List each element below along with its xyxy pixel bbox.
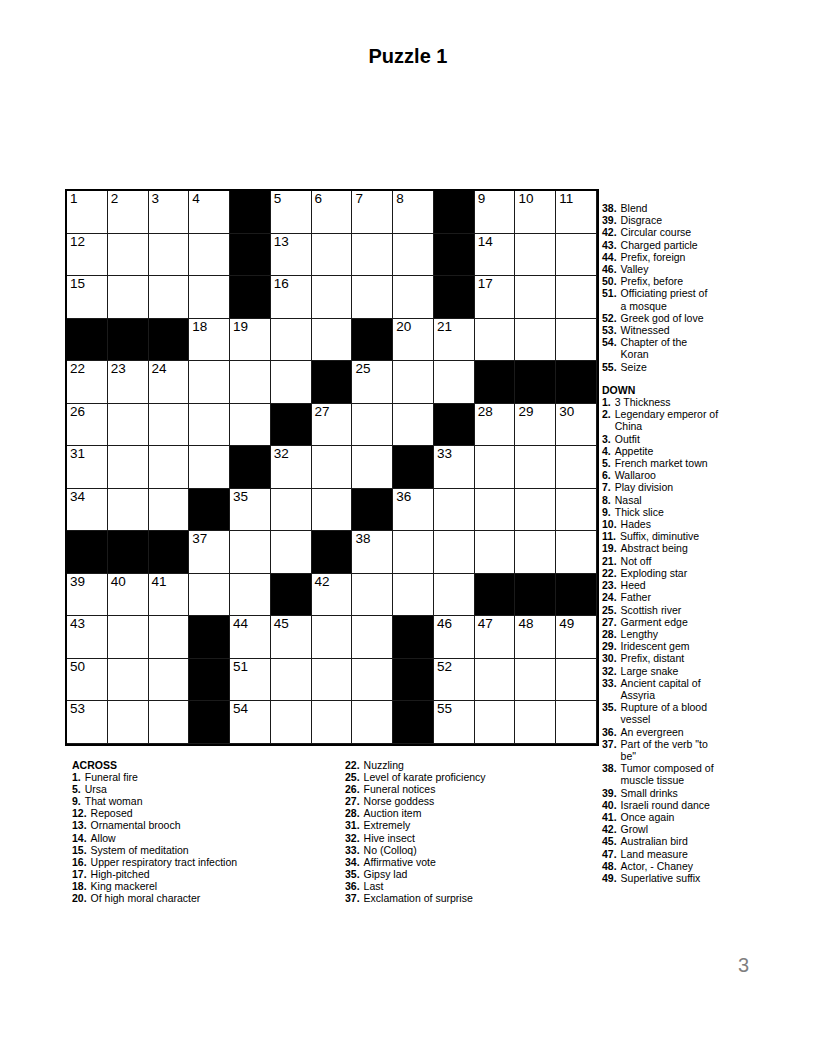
cell-r7c9 xyxy=(393,446,434,489)
clue-number: 28. xyxy=(345,807,360,819)
clue-text: Play division xyxy=(615,481,762,493)
cell-r13c9 xyxy=(393,701,434,744)
cell-r10c1[interactable]: 39 xyxy=(67,574,108,617)
cell-r13c6[interactable] xyxy=(271,701,312,744)
cell-r9c8[interactable]: 38 xyxy=(352,531,393,574)
cell-r7c8[interactable] xyxy=(352,446,393,489)
clue: 55.Seize xyxy=(602,361,762,373)
clue-text: Circular course xyxy=(621,226,762,238)
cell-r2c11[interactable]: 14 xyxy=(475,234,516,277)
cell-r2c12[interactable] xyxy=(515,234,556,277)
clue: 5.Ursa xyxy=(72,783,342,795)
clue-text: Hive insect xyxy=(364,832,600,844)
clue-number: 43. xyxy=(602,239,617,251)
cell-r9c1 xyxy=(67,531,108,574)
clue-text: Land measure xyxy=(621,848,762,860)
clue-text: Officiating priest ofa mosque xyxy=(621,287,762,311)
cell-r9c4[interactable]: 37 xyxy=(189,531,230,574)
cell-r9c5[interactable] xyxy=(230,531,271,574)
cell-r5c12 xyxy=(515,361,556,404)
cell-number: 23 xyxy=(111,362,126,376)
clue: 8.Nasal xyxy=(602,494,762,506)
cell-r7c13[interactable] xyxy=(556,446,597,489)
clue: 5.French market town xyxy=(602,457,762,469)
cell-number: 32 xyxy=(274,447,289,461)
clue-number: 22. xyxy=(602,567,617,579)
clue-text: Thick slice xyxy=(615,506,762,518)
clue-text: Abstract being xyxy=(621,542,762,554)
clue-number: 12. xyxy=(72,807,87,819)
cell-r8c9[interactable]: 36 xyxy=(393,489,434,532)
cell-r11c8[interactable] xyxy=(352,616,393,659)
cell-r7c6[interactable]: 32 xyxy=(271,446,312,489)
clue-number: 36. xyxy=(602,726,617,738)
cell-number: 9 xyxy=(478,192,486,206)
clue-text: Prefix, distant xyxy=(621,652,762,664)
cell-r10c12 xyxy=(515,574,556,617)
cell-r11c13[interactable]: 49 xyxy=(556,616,597,659)
clue: 38.Tumor composed ofmuscle tissue xyxy=(602,762,762,786)
cell-r12c1[interactable]: 50 xyxy=(67,659,108,702)
cell-number: 18 xyxy=(192,320,207,334)
cell-r4c7[interactable] xyxy=(312,319,353,362)
cell-r9c10[interactable] xyxy=(434,531,475,574)
cell-r7c12[interactable] xyxy=(515,446,556,489)
cell-r6c9[interactable] xyxy=(393,404,434,447)
cell-number: 6 xyxy=(315,192,323,206)
clue-text: System of meditation xyxy=(91,844,342,856)
clue-number: 32. xyxy=(602,665,617,677)
cell-r3c5 xyxy=(230,276,271,319)
cell-r9c11[interactable] xyxy=(475,531,516,574)
cell-number: 16 xyxy=(274,277,289,291)
cell-r4c4[interactable]: 18 xyxy=(189,319,230,362)
clue: 41.Once again xyxy=(602,811,762,823)
cell-number: 50 xyxy=(70,660,85,674)
cell-number: 10 xyxy=(518,192,533,206)
cell-number: 2 xyxy=(111,192,119,206)
clue-number: 40. xyxy=(602,799,617,811)
cell-r6c7[interactable]: 27 xyxy=(312,404,353,447)
clue-text: Exclamation of surprise xyxy=(364,892,600,904)
cell-r13c13[interactable] xyxy=(556,701,597,744)
cell-r4c12[interactable] xyxy=(515,319,556,362)
cell-r2c13[interactable] xyxy=(556,234,597,277)
cell-r6c8[interactable] xyxy=(352,404,393,447)
cell-r11c2[interactable] xyxy=(108,616,149,659)
clue-number: 52. xyxy=(602,312,617,324)
clue-text: Father xyxy=(621,591,762,603)
page-number: 3 xyxy=(738,954,749,977)
clue: 36.An evergreen xyxy=(602,726,762,738)
clue: 19.Abstract being xyxy=(602,542,762,554)
cell-r12c11[interactable] xyxy=(475,659,516,702)
clue-text: Israeli round dance xyxy=(621,799,762,811)
clue-text: Ursa xyxy=(85,783,342,795)
cell-number: 45 xyxy=(274,617,289,631)
cell-r3c4[interactable] xyxy=(189,276,230,319)
cell-number: 42 xyxy=(315,575,330,589)
cell-r11c4 xyxy=(189,616,230,659)
cell-r5c9[interactable] xyxy=(393,361,434,404)
cell-number: 49 xyxy=(559,617,574,631)
clue-number: 31. xyxy=(345,819,360,831)
cell-r10c7[interactable]: 42 xyxy=(312,574,353,617)
cell-r12c7[interactable] xyxy=(312,659,353,702)
clue: 26.Funeral notices xyxy=(345,783,600,795)
cell-r6c11[interactable]: 28 xyxy=(475,404,516,447)
cell-r10c4[interactable] xyxy=(189,574,230,617)
cell-number: 31 xyxy=(70,447,85,461)
clue-text: Ancient capital ofAssyria xyxy=(621,677,762,701)
page: { "game": "crossword", "title": "Puzzle … xyxy=(0,0,816,1056)
cell-number: 5 xyxy=(274,192,282,206)
cell-r13c2[interactable] xyxy=(108,701,149,744)
cell-r13c10[interactable]: 55 xyxy=(434,701,475,744)
cell-r4c5[interactable]: 19 xyxy=(230,319,271,362)
cell-r9c9[interactable] xyxy=(393,531,434,574)
cell-r10c8[interactable] xyxy=(352,574,393,617)
cell-r2c7[interactable] xyxy=(312,234,353,277)
clue-text: Wallaroo xyxy=(615,469,762,481)
clue: 27.Garment edge xyxy=(602,616,762,628)
cell-r1c4[interactable]: 4 xyxy=(189,191,230,234)
cell-r12c3[interactable] xyxy=(149,659,190,702)
clue-number: 35. xyxy=(602,701,617,725)
clue-number: 27. xyxy=(345,795,360,807)
cell-r3c7[interactable] xyxy=(312,276,353,319)
cell-r1c2[interactable]: 2 xyxy=(108,191,149,234)
cell-r8c5[interactable]: 35 xyxy=(230,489,271,532)
cell-r3c2[interactable] xyxy=(108,276,149,319)
cell-r11c11[interactable]: 47 xyxy=(475,616,516,659)
clue-number: 9. xyxy=(72,795,81,807)
cell-r4c13[interactable] xyxy=(556,319,597,362)
cell-r10c2[interactable]: 40 xyxy=(108,574,149,617)
cell-r1c8[interactable]: 7 xyxy=(352,191,393,234)
cell-r3c1[interactable]: 15 xyxy=(67,276,108,319)
cell-r4c2 xyxy=(108,319,149,362)
cell-number: 4 xyxy=(192,192,200,206)
cell-r12c8[interactable] xyxy=(352,659,393,702)
cell-r6c1[interactable]: 26 xyxy=(67,404,108,447)
clue: 44.Prefix, foreign xyxy=(602,251,762,263)
clue: 39.Small drinks xyxy=(602,787,762,799)
clue: 9.Thick slice xyxy=(602,506,762,518)
cell-r9c12[interactable] xyxy=(515,531,556,574)
clue-text: Of high moral character xyxy=(91,892,342,904)
cell-r10c6 xyxy=(271,574,312,617)
clue-number: 11. xyxy=(602,530,616,542)
cell-r4c6[interactable] xyxy=(271,319,312,362)
cell-r5c10[interactable] xyxy=(434,361,475,404)
cell-r7c3[interactable] xyxy=(149,446,190,489)
clue-text: Once again xyxy=(621,811,762,823)
clue-text: Greek god of love xyxy=(621,312,762,324)
clue-number: 25. xyxy=(602,604,617,616)
clue: 21.Not off xyxy=(602,555,762,567)
clue-number: 42. xyxy=(602,226,617,238)
cell-r1c6[interactable]: 5 xyxy=(271,191,312,234)
clue: 29.Iridescent gem xyxy=(602,640,762,652)
clue-text: Chapter of theKoran xyxy=(621,336,762,360)
clue-number: 29. xyxy=(602,640,617,652)
cell-number: 52 xyxy=(437,660,452,674)
cell-r2c2[interactable] xyxy=(108,234,149,277)
cell-r3c3[interactable] xyxy=(149,276,190,319)
cell-r8c3[interactable] xyxy=(149,489,190,532)
cell-r9c2 xyxy=(108,531,149,574)
cell-r13c8[interactable] xyxy=(352,701,393,744)
clue-number: 28. xyxy=(602,628,617,640)
cell-r6c12[interactable]: 29 xyxy=(515,404,556,447)
cell-r4c8 xyxy=(352,319,393,362)
clue: 42.Circular course xyxy=(602,226,762,238)
clue-number: 33. xyxy=(345,844,360,856)
cell-r4c3 xyxy=(149,319,190,362)
clue: 42.Growl xyxy=(602,823,762,835)
cell-r12c6[interactable] xyxy=(271,659,312,702)
cell-r10c10[interactable] xyxy=(434,574,475,617)
clue: 28.Lengthy xyxy=(602,628,762,640)
clue: 45.Australian bird xyxy=(602,835,762,847)
cell-r5c4[interactable] xyxy=(189,361,230,404)
cell-r1c13[interactable]: 11 xyxy=(556,191,597,234)
cell-r6c10 xyxy=(434,404,475,447)
cell-r5c2[interactable]: 23 xyxy=(108,361,149,404)
cell-r10c9[interactable] xyxy=(393,574,434,617)
clue-text: Scottish river xyxy=(621,604,762,616)
cell-r3c12[interactable] xyxy=(515,276,556,319)
cell-r7c1[interactable]: 31 xyxy=(67,446,108,489)
cell-number: 1 xyxy=(70,192,78,206)
cell-r11c5[interactable]: 44 xyxy=(230,616,271,659)
cell-r6c4[interactable] xyxy=(189,404,230,447)
cell-r6c5[interactable] xyxy=(230,404,271,447)
cell-r4c9[interactable]: 20 xyxy=(393,319,434,362)
clue-number: 45. xyxy=(602,835,617,847)
cell-r12c2[interactable] xyxy=(108,659,149,702)
clue-number: 39. xyxy=(602,787,617,799)
clue: 52.Greek god of love xyxy=(602,312,762,324)
cell-number: 8 xyxy=(396,192,404,206)
cell-r5c1[interactable]: 22 xyxy=(67,361,108,404)
cell-number: 37 xyxy=(192,532,207,546)
cell-r8c6[interactable] xyxy=(271,489,312,532)
clue-number: 49. xyxy=(602,872,617,884)
cell-r13c7[interactable] xyxy=(312,701,353,744)
clue: 27.Norse goddess xyxy=(345,795,600,807)
cell-number: 27 xyxy=(315,405,330,419)
cell-r12c12[interactable] xyxy=(515,659,556,702)
cell-r1c3[interactable]: 3 xyxy=(149,191,190,234)
cell-r13c11[interactable] xyxy=(475,701,516,744)
cell-r1c12[interactable]: 10 xyxy=(515,191,556,234)
clue: 2.Legendary emperor ofChina xyxy=(602,408,762,432)
cell-r2c4[interactable] xyxy=(189,234,230,277)
clue-text: High-pitched xyxy=(91,868,342,880)
crossword-grid: 1234567891011121314151617181920212223242… xyxy=(65,189,599,746)
clue: 10.Hades xyxy=(602,518,762,530)
across-clue-column-2: 22.Nuzzling25.Level of karate proficienc… xyxy=(345,759,600,904)
clue-text: Tumor composed ofmuscle tissue xyxy=(621,762,762,786)
cell-r10c3[interactable]: 41 xyxy=(149,574,190,617)
clue-text: Appetite xyxy=(615,445,762,457)
clue-number: 38. xyxy=(602,202,617,214)
clue: 32.Large snake xyxy=(602,665,762,677)
clue-text: Outfit xyxy=(615,433,762,445)
clue-text: Valley xyxy=(621,263,762,275)
clue: 48.Actor, - Chaney xyxy=(602,860,762,872)
cell-r4c10[interactable]: 21 xyxy=(434,319,475,362)
cell-number: 26 xyxy=(70,405,85,419)
cell-r2c1[interactable]: 12 xyxy=(67,234,108,277)
clue-text: Nuzzling xyxy=(364,759,600,771)
clue: 22.Nuzzling xyxy=(345,759,600,771)
cell-r8c13[interactable] xyxy=(556,489,597,532)
cell-r1c9[interactable]: 8 xyxy=(393,191,434,234)
cell-r3c10 xyxy=(434,276,475,319)
cell-r1c1[interactable]: 1 xyxy=(67,191,108,234)
clue-text: Iridescent gem xyxy=(621,640,762,652)
clue-number: 51. xyxy=(602,287,617,311)
cell-r11c10[interactable]: 46 xyxy=(434,616,475,659)
cell-r13c3[interactable] xyxy=(149,701,190,744)
cell-number: 19 xyxy=(233,320,248,334)
cell-r8c11[interactable] xyxy=(475,489,516,532)
clue: 35.Rupture of a bloodvessel xyxy=(602,701,762,725)
cell-number: 20 xyxy=(396,320,411,334)
clue-text: Australian bird xyxy=(621,835,762,847)
cell-r5c8[interactable]: 25 xyxy=(352,361,393,404)
clue-number: 24. xyxy=(602,591,617,603)
cell-r11c6[interactable]: 45 xyxy=(271,616,312,659)
clue-number: 17. xyxy=(72,868,87,880)
cell-number: 13 xyxy=(274,235,289,249)
cell-number: 33 xyxy=(437,447,452,461)
cell-r13c1[interactable]: 53 xyxy=(67,701,108,744)
clue-number: 7. xyxy=(602,481,611,493)
clue: 54.Chapter of theKoran xyxy=(602,336,762,360)
cell-r8c2[interactable] xyxy=(108,489,149,532)
cell-r6c3[interactable] xyxy=(149,404,190,447)
clue-text: Suffix, diminutive xyxy=(620,530,762,542)
cell-r9c13[interactable] xyxy=(556,531,597,574)
cell-r3c8[interactable] xyxy=(352,276,393,319)
clue: 28.Auction item xyxy=(345,807,600,819)
cell-number: 30 xyxy=(559,405,574,419)
page-title: Puzzle 1 xyxy=(0,45,816,68)
cell-r1c7[interactable]: 6 xyxy=(312,191,353,234)
cell-r5c3[interactable]: 24 xyxy=(149,361,190,404)
clue-number: 42. xyxy=(602,823,617,835)
cell-r7c11[interactable] xyxy=(475,446,516,489)
cell-r3c6[interactable]: 16 xyxy=(271,276,312,319)
cell-r5c13 xyxy=(556,361,597,404)
cell-r10c5[interactable] xyxy=(230,574,271,617)
clue: 35.Gipsy lad xyxy=(345,868,600,880)
cell-number: 54 xyxy=(233,702,248,716)
cell-r2c9[interactable] xyxy=(393,234,434,277)
cell-r8c7[interactable] xyxy=(312,489,353,532)
cell-number: 51 xyxy=(233,660,248,674)
cell-r7c7[interactable] xyxy=(312,446,353,489)
clue-number: 36. xyxy=(345,880,360,892)
cell-r5c6[interactable] xyxy=(271,361,312,404)
cell-r6c13[interactable]: 30 xyxy=(556,404,597,447)
clue: 12.Reposed xyxy=(72,807,342,819)
clue-number: 20. xyxy=(72,892,87,904)
cell-r13c5[interactable]: 54 xyxy=(230,701,271,744)
cell-number: 44 xyxy=(233,617,248,631)
cell-r1c11[interactable]: 9 xyxy=(475,191,516,234)
cell-r6c2[interactable] xyxy=(108,404,149,447)
cell-r12c5[interactable]: 51 xyxy=(230,659,271,702)
clue: 38.Blend xyxy=(602,202,762,214)
cell-r2c3[interactable] xyxy=(149,234,190,277)
clue: 39.Disgrace xyxy=(602,214,762,226)
cell-r4c11[interactable] xyxy=(475,319,516,362)
cell-r11c12[interactable]: 48 xyxy=(515,616,556,659)
cell-r11c7[interactable] xyxy=(312,616,353,659)
clue-text: French market town xyxy=(615,457,762,469)
clue-text: Heed xyxy=(621,579,762,591)
clue-text: Rupture of a bloodvessel xyxy=(621,701,762,725)
cell-r13c12[interactable] xyxy=(515,701,556,744)
cell-r7c2[interactable] xyxy=(108,446,149,489)
cell-r3c11[interactable]: 17 xyxy=(475,276,516,319)
cell-r7c4[interactable] xyxy=(189,446,230,489)
cell-r8c1[interactable]: 34 xyxy=(67,489,108,532)
clue-text: Lengthy xyxy=(621,628,762,640)
clue: 15.System of meditation xyxy=(72,844,342,856)
cell-r8c12[interactable] xyxy=(515,489,556,532)
cell-r11c3[interactable] xyxy=(149,616,190,659)
clue-number: 48. xyxy=(602,860,617,872)
clue-text: Blend xyxy=(621,202,762,214)
cell-r2c6[interactable]: 13 xyxy=(271,234,312,277)
cell-r11c1[interactable]: 43 xyxy=(67,616,108,659)
clue: 36.Last xyxy=(345,880,600,892)
clue-number: 9. xyxy=(602,506,611,518)
cell-r8c10[interactable] xyxy=(434,489,475,532)
cell-r12c13[interactable] xyxy=(556,659,597,702)
clue-number: 21. xyxy=(602,555,617,567)
clue: 34.Affirmative vote xyxy=(345,856,600,868)
cell-r10c11 xyxy=(475,574,516,617)
clue-text: Ornamental brooch xyxy=(91,819,342,831)
cell-number: 41 xyxy=(152,575,167,589)
clue-number: 37. xyxy=(345,892,360,904)
clue-text: Prefix, foreign xyxy=(621,251,762,263)
cell-r9c6[interactable] xyxy=(271,531,312,574)
clue-number: 25. xyxy=(345,771,360,783)
cell-r3c13[interactable] xyxy=(556,276,597,319)
cell-number: 35 xyxy=(233,490,248,504)
cell-number: 24 xyxy=(152,362,167,376)
cell-r7c10[interactable]: 33 xyxy=(434,446,475,489)
cell-r2c8[interactable] xyxy=(352,234,393,277)
cell-r5c5[interactable] xyxy=(230,361,271,404)
cell-number: 46 xyxy=(437,617,452,631)
clue: 22.Exploding star xyxy=(602,567,762,579)
across-clues-col2: 22.Nuzzling25.Level of karate proficienc… xyxy=(345,759,600,904)
clue-text: Large snake xyxy=(621,665,762,677)
cell-r3c9[interactable] xyxy=(393,276,434,319)
cell-r12c10[interactable]: 52 xyxy=(434,659,475,702)
clue-number: 8. xyxy=(602,494,611,506)
clue-number: 46. xyxy=(602,263,617,275)
